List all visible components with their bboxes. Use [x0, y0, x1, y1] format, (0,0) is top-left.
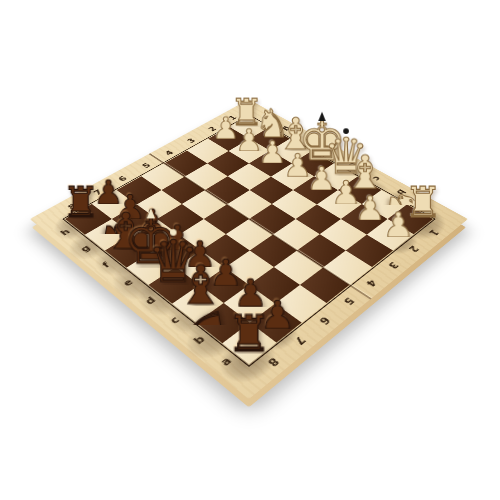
- chess-board: 8877665544332211hhggffeeddccbbaa ♜♞♟♝♟♚♟…: [30, 99, 468, 399]
- piece-billboard: ♜: [206, 244, 292, 353]
- coord-se-3: 3: [384, 259, 400, 270]
- square-a4: [323, 250, 372, 284]
- pawn-glyph: ♟: [361, 207, 435, 242]
- coord-se-4: 4: [362, 277, 378, 288]
- piece-billboard: ♟: [361, 143, 435, 237]
- rook-glyph: ♜: [206, 309, 292, 359]
- photo-canvas: 8877665544332211hhggffeeddccbbaa ♜♞♟♝♟♚♟…: [0, 0, 500, 500]
- coord-se-5: 5: [339, 295, 356, 307]
